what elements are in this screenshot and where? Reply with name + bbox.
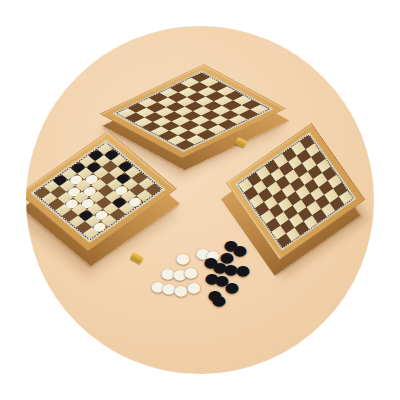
product-photo: ●●●●●●●●●●●●●●●●●●● ●●●●●●●●●●●●●●●●●●●●… (0, 0, 400, 400)
loose-checker-white: ● (161, 266, 176, 280)
loose-checker-black: ● (224, 238, 239, 252)
loose-checker-black: ● (220, 250, 235, 264)
loose-checker-black: ● (208, 288, 223, 302)
loose-checker-black: ● (215, 273, 230, 287)
loose-checker-black: ● (236, 263, 251, 277)
loose-checker-black: ● (224, 262, 239, 276)
loose-checker-black: ● (204, 255, 219, 269)
loose-checker-black: ● (233, 243, 248, 257)
loose-checker-white: ● (162, 281, 177, 295)
loose-checker-black: ● (225, 280, 240, 294)
loose-pieces-pile: ●●●●●●●●●●●●●●●●●●●●●● (26, 26, 374, 374)
loose-checker-white: ● (174, 283, 189, 297)
loose-checker-white: ● (176, 251, 191, 265)
loose-checker-white: ● (187, 280, 202, 294)
loose-checker-white: ● (184, 265, 199, 279)
loose-checker-white: ● (173, 267, 188, 281)
loose-checker-black: ● (212, 293, 227, 307)
loose-checker-white: ● (206, 248, 221, 262)
loose-checker-white: ● (196, 246, 211, 260)
photo-circle: ●●●●●●●●●●●●●●●●●●● ●●●●●●●●●●●●●●●●●●●●… (26, 26, 374, 374)
loose-checker-black: ● (213, 260, 228, 274)
loose-checker-black: ● (205, 271, 220, 285)
loose-checker-white: ● (151, 279, 166, 293)
